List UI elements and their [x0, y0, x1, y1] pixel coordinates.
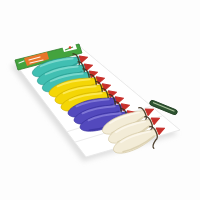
scene-canvas: [0, 0, 200, 200]
product-photo: [0, 0, 200, 200]
label-logo-dot: [69, 46, 72, 49]
